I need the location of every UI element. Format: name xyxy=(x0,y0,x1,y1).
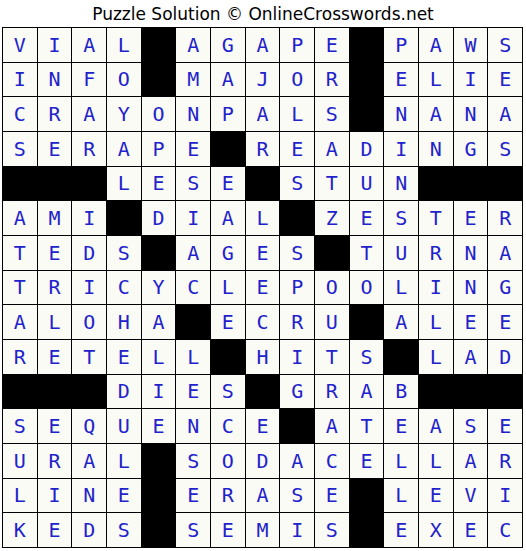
letter-cell: E xyxy=(38,340,72,374)
letter-cell: N xyxy=(72,479,106,513)
letter-cell: M xyxy=(176,63,210,97)
letter-cell: V xyxy=(454,479,488,513)
letter-cell: I xyxy=(38,28,72,62)
crossword-grid: VIALAGAPEPAWSINFOMAJORELIECRAYONPALSNANA… xyxy=(2,27,523,548)
letter-cell: O xyxy=(211,444,245,478)
letter-cell: I xyxy=(384,132,418,166)
letter-cell: A xyxy=(246,28,280,62)
letter-cell: G xyxy=(280,375,314,409)
black-square xyxy=(280,201,314,235)
letter-cell: A xyxy=(454,444,488,478)
letter-cell: U xyxy=(315,305,349,339)
letter-cell: U xyxy=(3,444,37,478)
letter-cell: E xyxy=(350,444,384,478)
letter-cell: P xyxy=(142,132,176,166)
letter-cell: L xyxy=(246,201,280,235)
letter-cell: E xyxy=(454,513,488,547)
black-square xyxy=(142,28,176,62)
letter-cell: P xyxy=(280,28,314,62)
letter-cell: B xyxy=(384,375,418,409)
letter-cell: E xyxy=(142,167,176,201)
letter-cell: L xyxy=(384,479,418,513)
letter-cell: D xyxy=(72,513,106,547)
black-square xyxy=(350,479,384,513)
letter-cell: A xyxy=(315,132,349,166)
black-square xyxy=(454,167,488,201)
letter-cell: I xyxy=(280,340,314,374)
black-square xyxy=(142,236,176,270)
letter-cell: E xyxy=(38,132,72,166)
letter-cell: R xyxy=(211,479,245,513)
black-square xyxy=(176,305,210,339)
letter-cell: T xyxy=(350,409,384,443)
black-square xyxy=(246,375,280,409)
black-square xyxy=(38,375,72,409)
letter-cell: L xyxy=(107,167,141,201)
letter-cell: T xyxy=(350,236,384,270)
letter-cell: E xyxy=(350,201,384,235)
letter-cell: O xyxy=(315,271,349,305)
letter-cell: T xyxy=(315,167,349,201)
letter-cell: V xyxy=(3,28,37,62)
letter-cell: N xyxy=(454,236,488,270)
letter-cell: E xyxy=(315,479,349,513)
letter-cell: C xyxy=(315,444,349,478)
letter-cell: A xyxy=(350,375,384,409)
letter-cell: E xyxy=(488,305,522,339)
letter-cell: E xyxy=(38,236,72,270)
letter-cell: E xyxy=(419,479,453,513)
letter-cell: N xyxy=(176,97,210,131)
letter-cell: A xyxy=(454,340,488,374)
letter-cell: E xyxy=(246,409,280,443)
letter-cell: C xyxy=(246,305,280,339)
letter-cell: I xyxy=(176,201,210,235)
letter-cell: E xyxy=(384,513,418,547)
letter-cell: M xyxy=(246,513,280,547)
letter-cell: A xyxy=(315,409,349,443)
black-square xyxy=(350,28,384,62)
letter-cell: A xyxy=(72,97,106,131)
letter-cell: R xyxy=(488,444,522,478)
letter-cell: E xyxy=(176,479,210,513)
letter-cell: A xyxy=(384,305,418,339)
letter-cell: E xyxy=(246,271,280,305)
black-square xyxy=(3,167,37,201)
letter-cell: K xyxy=(3,513,37,547)
letter-cell: S xyxy=(280,479,314,513)
letter-cell: J xyxy=(246,63,280,97)
letter-cell: L xyxy=(107,444,141,478)
letter-cell: N xyxy=(384,167,418,201)
letter-cell: S xyxy=(454,409,488,443)
black-square xyxy=(454,375,488,409)
letter-cell: A xyxy=(419,28,453,62)
letter-cell: S xyxy=(350,340,384,374)
letter-cell: U xyxy=(350,167,384,201)
letter-cell: S xyxy=(3,132,37,166)
letter-cell: C xyxy=(488,513,522,547)
black-square xyxy=(488,167,522,201)
letter-cell: G xyxy=(211,28,245,62)
letter-cell: T xyxy=(419,201,453,235)
letter-cell: E xyxy=(488,63,522,97)
black-square xyxy=(350,97,384,131)
letter-cell: A xyxy=(246,97,280,131)
black-square xyxy=(350,63,384,97)
letter-cell: L xyxy=(419,340,453,374)
letter-cell: S xyxy=(315,97,349,131)
letter-cell: A xyxy=(3,305,37,339)
black-square xyxy=(419,375,453,409)
letter-cell: M xyxy=(38,201,72,235)
letter-cell: E xyxy=(176,132,210,166)
letter-cell: E xyxy=(280,132,314,166)
letter-cell: O xyxy=(72,305,106,339)
letter-cell: E xyxy=(211,305,245,339)
letter-cell: L xyxy=(419,305,453,339)
letter-cell: S xyxy=(488,28,522,62)
black-square xyxy=(72,375,106,409)
black-square xyxy=(142,513,176,547)
black-square xyxy=(350,513,384,547)
black-square xyxy=(38,167,72,201)
letter-cell: A xyxy=(72,444,106,478)
letter-cell: N xyxy=(38,63,72,97)
letter-cell: T xyxy=(315,340,349,374)
letter-cell: X xyxy=(419,513,453,547)
letter-cell: T xyxy=(3,271,37,305)
letter-cell: S xyxy=(176,167,210,201)
letter-cell: S xyxy=(384,201,418,235)
letter-cell: L xyxy=(38,305,72,339)
letter-cell: S xyxy=(488,132,522,166)
letter-cell: Y xyxy=(107,97,141,131)
letter-cell: E xyxy=(107,340,141,374)
letter-cell: E xyxy=(142,409,176,443)
letter-cell: O xyxy=(350,271,384,305)
letter-cell: L xyxy=(384,271,418,305)
letter-cell: I xyxy=(3,63,37,97)
letter-cell: A xyxy=(280,444,314,478)
letter-cell: L xyxy=(107,28,141,62)
black-square xyxy=(72,167,106,201)
letter-cell: H xyxy=(107,305,141,339)
letter-cell: T xyxy=(3,236,37,270)
letter-cell: Y xyxy=(142,271,176,305)
letter-cell: N xyxy=(454,97,488,131)
letter-cell: N xyxy=(454,271,488,305)
letter-cell: A xyxy=(142,305,176,339)
letter-cell: D xyxy=(350,132,384,166)
letter-cell: I xyxy=(488,479,522,513)
letter-cell: R xyxy=(488,201,522,235)
letter-cell: S xyxy=(280,236,314,270)
letter-cell: A xyxy=(488,236,522,270)
letter-cell: L xyxy=(3,479,37,513)
letter-cell: E xyxy=(246,236,280,270)
letter-cell: S xyxy=(176,513,210,547)
letter-cell: D xyxy=(246,444,280,478)
letter-cell: D xyxy=(142,201,176,235)
black-square xyxy=(3,375,37,409)
black-square xyxy=(107,201,141,235)
black-square xyxy=(488,375,522,409)
letter-cell: I xyxy=(419,271,453,305)
letter-cell: R xyxy=(246,132,280,166)
letter-cell: G xyxy=(488,271,522,305)
letter-cell: O xyxy=(107,63,141,97)
letter-cell: E xyxy=(454,305,488,339)
letter-cell: I xyxy=(454,63,488,97)
black-square xyxy=(142,444,176,478)
letter-cell: E xyxy=(384,63,418,97)
letter-cell: O xyxy=(142,97,176,131)
letter-cell: L xyxy=(142,340,176,374)
letter-cell: L xyxy=(419,444,453,478)
letter-cell: C xyxy=(176,271,210,305)
letter-cell: S xyxy=(315,513,349,547)
letter-cell: I xyxy=(72,201,106,235)
letter-cell: C xyxy=(3,97,37,131)
letter-cell: Z xyxy=(315,201,349,235)
letter-cell: A xyxy=(246,479,280,513)
letter-cell: A xyxy=(419,409,453,443)
letter-cell: N xyxy=(419,132,453,166)
letter-cell: C xyxy=(211,409,245,443)
black-square xyxy=(315,236,349,270)
letter-cell: I xyxy=(280,513,314,547)
letter-cell: A xyxy=(107,132,141,166)
page-title: Puzzle Solution © OnlineCrosswords.net xyxy=(0,0,526,24)
letter-cell: I xyxy=(72,271,106,305)
letter-cell: E xyxy=(454,201,488,235)
letter-cell: R xyxy=(38,444,72,478)
letter-cell: R xyxy=(38,97,72,131)
letter-cell: S xyxy=(280,167,314,201)
letter-cell: L xyxy=(176,340,210,374)
letter-cell: F xyxy=(72,63,106,97)
letter-cell: P xyxy=(384,28,418,62)
letter-cell: I xyxy=(142,375,176,409)
letter-cell: L xyxy=(419,63,453,97)
black-square xyxy=(384,340,418,374)
letter-cell: N xyxy=(176,409,210,443)
letter-cell: L xyxy=(211,271,245,305)
letter-cell: L xyxy=(384,444,418,478)
letter-cell: N xyxy=(384,97,418,131)
letter-cell: U xyxy=(107,409,141,443)
black-square xyxy=(211,340,245,374)
letter-cell: R xyxy=(72,132,106,166)
letter-cell: S xyxy=(3,409,37,443)
letter-cell: R xyxy=(315,63,349,97)
letter-cell: D xyxy=(72,236,106,270)
letter-cell: A xyxy=(419,97,453,131)
letter-cell: E xyxy=(211,167,245,201)
letter-cell: U xyxy=(384,236,418,270)
black-square xyxy=(419,167,453,201)
letter-cell: A xyxy=(211,201,245,235)
letter-cell: E xyxy=(315,28,349,62)
letter-cell: G xyxy=(454,132,488,166)
letter-cell: E xyxy=(384,409,418,443)
letter-cell: H xyxy=(246,340,280,374)
letter-cell: A xyxy=(3,201,37,235)
letter-cell: Q xyxy=(72,409,106,443)
letter-cell: R xyxy=(280,305,314,339)
letter-cell: A xyxy=(211,63,245,97)
letter-cell: E xyxy=(211,513,245,547)
black-square xyxy=(211,132,245,166)
letter-cell: P xyxy=(211,97,245,131)
black-square xyxy=(246,167,280,201)
letter-cell: E xyxy=(38,513,72,547)
letter-cell: D xyxy=(107,375,141,409)
letter-cell: E xyxy=(488,409,522,443)
letter-cell: R xyxy=(315,375,349,409)
letter-cell: A xyxy=(488,97,522,131)
letter-cell: T xyxy=(72,340,106,374)
letter-cell: G xyxy=(211,236,245,270)
letter-cell: R xyxy=(3,340,37,374)
letter-cell: S xyxy=(211,375,245,409)
letter-cell: S xyxy=(107,513,141,547)
letter-cell: O xyxy=(280,63,314,97)
black-square xyxy=(280,409,314,443)
letter-cell: S xyxy=(107,236,141,270)
black-square xyxy=(142,63,176,97)
letter-cell: L xyxy=(280,97,314,131)
letter-cell: I xyxy=(38,479,72,513)
letter-cell: C xyxy=(107,271,141,305)
letter-cell: W xyxy=(454,28,488,62)
black-square xyxy=(142,479,176,513)
letter-cell: A xyxy=(176,236,210,270)
letter-cell: S xyxy=(176,444,210,478)
letter-cell: A xyxy=(176,28,210,62)
letter-cell: E xyxy=(38,409,72,443)
letter-cell: D xyxy=(488,340,522,374)
letter-cell: R xyxy=(38,271,72,305)
letter-cell: P xyxy=(280,271,314,305)
letter-cell: R xyxy=(419,236,453,270)
black-square xyxy=(350,305,384,339)
letter-cell: E xyxy=(176,375,210,409)
letter-cell: A xyxy=(72,28,106,62)
letter-cell: E xyxy=(107,479,141,513)
